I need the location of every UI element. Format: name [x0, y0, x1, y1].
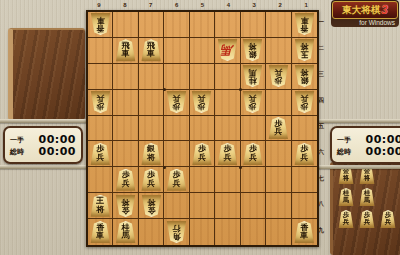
board-cell[interactable] [190, 219, 215, 245]
hand-piece[interactable]: 歩兵 [359, 210, 375, 228]
board-cell[interactable] [164, 116, 189, 142]
piece-kanji: 車 [300, 232, 308, 240]
file-label: 5 [190, 1, 216, 9]
board-cell[interactable] [190, 38, 215, 64]
board-cell[interactable] [215, 167, 240, 193]
app-version: 3 [381, 3, 388, 17]
piece-kanji: 車 [300, 16, 308, 24]
piece-kanji: 兵 [96, 154, 104, 162]
shogi-piece[interactable]: 歩兵 [90, 143, 111, 165]
hand-piece[interactable]: 桂馬 [359, 188, 375, 206]
board-cell[interactable]: 桂馬 [241, 64, 266, 90]
hand-piece[interactable]: 桂馬 [338, 188, 354, 206]
shogi-piece[interactable]: 玉将 [294, 39, 315, 61]
piece-kanji: 角 [173, 232, 181, 240]
piece-kanji: 車 [96, 16, 104, 24]
piece-kanji: 桂 [249, 76, 257, 84]
board-cell[interactable]: 歩兵 [266, 64, 291, 90]
piece-kanji: 兵 [364, 219, 371, 226]
piece-kanji: 兵 [96, 94, 104, 102]
file-label: 3 [241, 1, 267, 9]
shogi-piece[interactable]: 角行 [166, 221, 187, 243]
piece-kanji: 馬 [122, 232, 130, 240]
board-cell[interactable]: 飛車 [139, 38, 164, 64]
piece-kanji: 歩 [96, 102, 104, 110]
board-cell[interactable] [139, 64, 164, 90]
file-labels: 987654321 [86, 1, 319, 9]
shogi-piece[interactable]: 香車 [90, 221, 111, 243]
sente-captured-tray[interactable]: 金将金将桂馬桂馬歩兵歩兵歩兵 [330, 162, 400, 255]
shogi-piece[interactable]: 歩兵 [166, 169, 187, 191]
board-cell[interactable] [190, 193, 215, 219]
board-cell[interactable] [266, 167, 291, 193]
piece-kanji: 兵 [274, 68, 282, 76]
board-cell[interactable]: 歩兵 [88, 90, 113, 116]
board-cell[interactable] [241, 193, 266, 219]
app-logo: 東大将棋 3 for Windows [331, 0, 399, 27]
board-cell[interactable] [266, 12, 291, 38]
file-label: 4 [215, 1, 241, 9]
board-cell[interactable] [241, 219, 266, 245]
board-cell[interactable]: 飛車 [113, 38, 138, 64]
clock-value-total: 00:00 [351, 146, 400, 157]
piece-kanji: 兵 [173, 94, 181, 102]
shogi-piece[interactable]: 香車 [294, 221, 315, 243]
piece-kanji: 歩 [300, 102, 308, 110]
board-cell[interactable] [215, 90, 240, 116]
piece-kanji: 兵 [198, 154, 206, 162]
board-cell[interactable]: 香車 [292, 12, 317, 38]
board-cell[interactable]: 歩兵 [241, 141, 266, 167]
shogi-piece[interactable]: 歩兵 [191, 91, 212, 113]
piece-kanji: 香 [96, 24, 104, 32]
sente-hand-pieces: 金将金将桂馬桂馬歩兵歩兵歩兵 [333, 162, 400, 232]
piece-kanji: 車 [122, 50, 130, 58]
board-cell[interactable]: 歩兵 [241, 90, 266, 116]
board-cell[interactable] [266, 141, 291, 167]
shogi-piece[interactable]: 歩兵 [242, 91, 263, 113]
board-cell[interactable]: 金将 [113, 193, 138, 219]
piece-kanji: 将 [147, 154, 155, 162]
gote-clock-panel: 一手 00:00 総時 00:00 [3, 126, 83, 164]
piece-kanji: 兵 [274, 128, 282, 136]
board-cell[interactable]: 銀将 [139, 141, 164, 167]
board-cell[interactable]: 桂馬 [113, 219, 138, 245]
piece-kanji: 歩 [173, 102, 181, 110]
board-cell[interactable]: 歩兵 [113, 167, 138, 193]
piece-kanji: 馬 [364, 197, 371, 204]
board-cell[interactable] [241, 12, 266, 38]
shogi-piece[interactable]: 歩兵 [217, 143, 238, 165]
shogi-piece[interactable]: 香車 [294, 13, 315, 35]
clock-label-move: 一手 [337, 134, 351, 145]
board-cell[interactable] [215, 219, 240, 245]
hand-row: 歩兵歩兵歩兵 [336, 210, 398, 228]
shogi-piece[interactable]: 銀将 [294, 65, 315, 87]
board-cell[interactable] [266, 90, 291, 116]
board-cell[interactable]: 歩兵 [164, 90, 189, 116]
piece-kanji: 将 [147, 197, 155, 205]
gote-captured-tray[interactable] [8, 28, 85, 120]
board-cell[interactable] [215, 64, 240, 90]
piece-kanji: 兵 [122, 180, 130, 188]
board-cell[interactable] [164, 64, 189, 90]
board-cell[interactable]: 角行 [164, 219, 189, 245]
piece-kanji: 銀 [249, 50, 257, 58]
shogi-piece[interactable]: 香車 [90, 13, 111, 35]
piece-kanji: 将 [343, 175, 350, 182]
hoshi-dot [239, 166, 242, 169]
piece-kanji: 兵 [223, 154, 231, 162]
shogi-piece[interactable]: 歩兵 [191, 143, 212, 165]
board-cell[interactable] [215, 193, 240, 219]
board-cell[interactable] [215, 12, 240, 38]
board-cell[interactable] [190, 167, 215, 193]
board-cell[interactable] [164, 38, 189, 64]
board-cell[interactable] [164, 193, 189, 219]
board-cell[interactable] [139, 219, 164, 245]
piece-kanji: 将 [249, 42, 257, 50]
hand-piece[interactable]: 歩兵 [380, 210, 396, 228]
piece-kanji: 歩 [274, 76, 282, 84]
shogi-piece[interactable]: 金将 [141, 195, 162, 217]
board-cell[interactable] [113, 90, 138, 116]
board-cell[interactable] [292, 193, 317, 219]
hand-piece[interactable]: 歩兵 [338, 210, 354, 228]
shogi-piece[interactable]: 桂馬 [242, 65, 263, 87]
piece-kanji: 兵 [300, 94, 308, 102]
board-cell[interactable]: 王将 [88, 193, 113, 219]
app-subtitle: for Windows [359, 19, 399, 27]
piece-kanji: 将 [122, 197, 130, 205]
board-cell[interactable] [88, 38, 113, 64]
shogi-piece[interactable]: 銀将 [141, 143, 162, 165]
piece-kanji: 馬 [343, 197, 350, 204]
board-cell[interactable] [88, 116, 113, 142]
piece-kanji: 銀 [300, 76, 308, 84]
board-cell[interactable]: 馬 [215, 38, 240, 64]
board-cell[interactable] [113, 12, 138, 38]
board-cell[interactable] [292, 116, 317, 142]
shogi-piece[interactable]: 歩兵 [294, 91, 315, 113]
shogi-piece[interactable]: 飛車 [115, 39, 136, 61]
board-cell[interactable]: 香車 [88, 12, 113, 38]
board-cell[interactable] [292, 167, 317, 193]
piece-kanji: 兵 [385, 219, 392, 226]
board-cell[interactable] [190, 116, 215, 142]
piece-kanji: 将 [300, 68, 308, 76]
shogi-board[interactable]: 香車香車飛車飛車馬銀将玉将桂馬歩兵銀将歩兵歩兵歩兵歩兵歩兵歩兵歩兵銀将歩兵歩兵歩… [86, 10, 319, 247]
piece-kanji: 兵 [249, 154, 257, 162]
board-cell[interactable] [190, 12, 215, 38]
file-label: 7 [138, 1, 164, 9]
board-cell[interactable]: 歩兵 [215, 141, 240, 167]
board-cell[interactable] [113, 64, 138, 90]
board-cell[interactable]: 歩兵 [266, 116, 291, 142]
board-cell[interactable]: 歩兵 [88, 141, 113, 167]
board-cell[interactable] [139, 12, 164, 38]
hoshi-dot [163, 88, 166, 91]
board-cell[interactable] [164, 141, 189, 167]
board-cell[interactable]: 銀将 [241, 38, 266, 64]
clock-value-move: 00:00 [351, 134, 400, 145]
piece-kanji: 行 [173, 224, 181, 232]
shogi-piece[interactable]: 歩兵 [242, 143, 263, 165]
board-cell[interactable]: 歩兵 [190, 90, 215, 116]
hand-row: 桂馬桂馬 [336, 188, 398, 206]
piece-kanji: 車 [147, 50, 155, 58]
shogi-piece[interactable]: 王将 [90, 195, 111, 217]
board-cell[interactable]: 歩兵 [139, 167, 164, 193]
clock-label-total: 総時 [10, 146, 24, 157]
board-cell[interactable]: 香車 [88, 219, 113, 245]
app-logo-badge: 東大将棋 3 [332, 1, 398, 19]
piece-kanji: 歩 [198, 102, 206, 110]
shogi-piece[interactable]: 歩兵 [90, 91, 111, 113]
piece-kanji: 馬 [249, 68, 257, 76]
sente-clock-panel: 一手 00:00 総時 00:00 [330, 126, 400, 164]
board-cell[interactable]: 金将 [139, 193, 164, 219]
board-cell[interactable] [164, 12, 189, 38]
clock-value-move: 00:00 [24, 134, 76, 145]
board-cell[interactable] [266, 193, 291, 219]
board-cell[interactable]: 歩兵 [190, 141, 215, 167]
board-cell[interactable] [241, 116, 266, 142]
piece-kanji: 兵 [147, 180, 155, 188]
shogi-piece[interactable]: 馬 [217, 39, 238, 61]
board-cell[interactable]: 銀将 [292, 64, 317, 90]
shogi-piece[interactable]: 歩兵 [268, 65, 289, 87]
board-cell[interactable]: 歩兵 [292, 141, 317, 167]
board-cell[interactable] [113, 116, 138, 142]
file-label: 1 [293, 1, 319, 9]
board-cell[interactable] [241, 167, 266, 193]
piece-kanji: 兵 [343, 219, 350, 226]
clock-label-total: 総時 [337, 146, 351, 157]
shogi-piece[interactable]: 歩兵 [166, 91, 187, 113]
piece-kanji: 将 [96, 206, 104, 214]
board-cell[interactable] [190, 64, 215, 90]
file-label: 9 [86, 1, 112, 9]
board-cell[interactable]: 香車 [292, 219, 317, 245]
piece-kanji: 兵 [198, 94, 206, 102]
piece-kanji: 兵 [249, 94, 257, 102]
board-cell[interactable] [139, 90, 164, 116]
app-title: 東大将棋 [342, 4, 380, 17]
file-label: 2 [267, 1, 293, 9]
shogi-piece[interactable]: 銀将 [242, 39, 263, 61]
clock-value-total: 00:00 [24, 146, 76, 157]
shogi-piece[interactable]: 桂馬 [115, 221, 136, 243]
piece-kanji: 兵 [300, 154, 308, 162]
board-cell[interactable] [266, 219, 291, 245]
board-cell[interactable] [266, 38, 291, 64]
board-cell[interactable] [88, 64, 113, 90]
piece-kanji: 将 [300, 42, 308, 50]
piece-kanji: 車 [96, 232, 104, 240]
board-cell[interactable]: 玉将 [292, 38, 317, 64]
piece-kanji: 馬 [221, 44, 233, 56]
piece-kanji: 玉 [300, 50, 308, 58]
shogi-piece[interactable]: 飛車 [141, 39, 162, 61]
board-cell[interactable] [88, 167, 113, 193]
shogi-piece[interactable]: 歩兵 [115, 169, 136, 191]
file-label: 6 [164, 1, 190, 9]
board-cell[interactable]: 歩兵 [292, 90, 317, 116]
shogi-piece[interactable]: 歩兵 [268, 117, 289, 139]
shogi-piece[interactable]: 歩兵 [141, 169, 162, 191]
board-cell[interactable]: 歩兵 [164, 167, 189, 193]
board-cell[interactable] [215, 116, 240, 142]
piece-kanji: 歩 [249, 102, 257, 110]
clock-label-move: 一手 [10, 134, 24, 145]
shogi-piece[interactable]: 歩兵 [294, 143, 315, 165]
piece-kanji: 将 [364, 175, 371, 182]
board-cell[interactable] [113, 141, 138, 167]
file-label: 8 [112, 1, 138, 9]
hoshi-dot [163, 166, 166, 169]
piece-kanji: 兵 [173, 180, 181, 188]
shogi-piece[interactable]: 金将 [115, 195, 136, 217]
piece-kanji: 香 [300, 24, 308, 32]
board-cell[interactable] [139, 116, 164, 142]
